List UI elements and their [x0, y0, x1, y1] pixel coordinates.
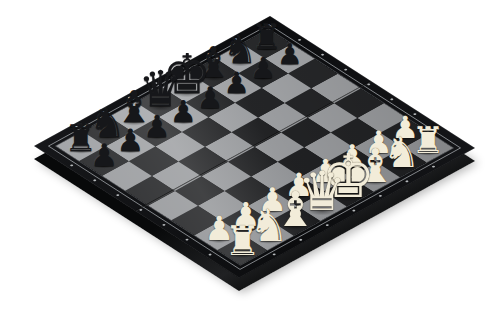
frame-rivet	[436, 128, 440, 130]
frame-rivet	[138, 209, 142, 211]
frame-rivet	[208, 253, 212, 255]
playing-area	[56, 29, 453, 265]
frame-rivet	[343, 68, 347, 70]
frame-rivet	[413, 113, 417, 115]
frame-rivet	[431, 166, 435, 168]
frame-rivet	[207, 53, 211, 55]
frame-rivet	[233, 38, 237, 40]
frame-rivet	[69, 164, 73, 166]
frame-rivet	[100, 111, 104, 113]
frame-rivet	[320, 53, 324, 55]
frame-rivet	[325, 224, 329, 226]
chess-board	[34, 16, 475, 278]
frame-rivet	[297, 38, 301, 40]
frame-rivet	[153, 82, 157, 84]
frame-rivet	[180, 67, 184, 69]
frame-rivet	[351, 210, 355, 212]
frame-rivet	[127, 97, 131, 99]
frame-rivet	[74, 126, 78, 128]
product-photo-scene: ♜♞♝♛♚♝♞♜♟♟♟♟♟♟♟♟♟♟♟♟♟♟♟♟♜♞♝♛♚♝♞♜	[0, 0, 500, 321]
frame-rivet	[378, 195, 382, 197]
frame-rivet	[405, 180, 409, 182]
frame-rivet	[272, 253, 276, 255]
frame-rivet	[115, 194, 119, 196]
frame-rivet	[298, 239, 302, 241]
frame-rivet	[366, 83, 370, 85]
frame-rivet	[162, 223, 166, 225]
frame-rivet	[92, 179, 96, 181]
frame-rivet	[389, 98, 393, 100]
frame-rivet	[185, 238, 189, 240]
